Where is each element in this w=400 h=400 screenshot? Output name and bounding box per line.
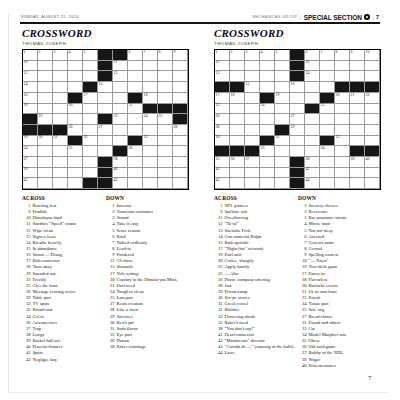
cell-number: 36 bbox=[231, 157, 235, 161]
cell-number: 11 bbox=[216, 60, 220, 64]
cell-number: 34 bbox=[24, 146, 28, 150]
white-cell bbox=[113, 125, 128, 136]
white-cell bbox=[290, 104, 305, 115]
white-cell bbox=[260, 157, 275, 168]
black-cell bbox=[98, 114, 113, 125]
cell-number: 41 bbox=[24, 178, 28, 182]
white-cell: 22 bbox=[365, 93, 380, 104]
black-cell bbox=[320, 136, 335, 147]
white-cell: 24 bbox=[260, 104, 275, 115]
white-cell bbox=[143, 168, 158, 179]
cell-number: 4 bbox=[261, 50, 263, 54]
white-cell: 25 bbox=[158, 114, 173, 125]
white-cell bbox=[320, 168, 335, 179]
cell-number: 8 bbox=[159, 50, 161, 54]
white-cell bbox=[350, 178, 365, 189]
white-cell: 25 bbox=[320, 104, 335, 115]
white-cell bbox=[335, 178, 350, 189]
white-cell: 30 bbox=[38, 136, 53, 147]
black-cell bbox=[128, 93, 143, 104]
white-cell bbox=[290, 136, 305, 147]
white-cell bbox=[83, 71, 98, 82]
black-cell bbox=[113, 50, 128, 61]
white-cell bbox=[335, 168, 350, 179]
white-cell: 7 bbox=[320, 50, 335, 61]
white-cell bbox=[158, 61, 173, 72]
cell-number: 14 bbox=[24, 82, 28, 86]
white-cell: 34 bbox=[320, 146, 335, 157]
black-cell bbox=[98, 50, 113, 61]
white-cell bbox=[83, 114, 98, 125]
black-cell bbox=[23, 125, 38, 136]
black-cell bbox=[173, 104, 188, 115]
cell-number: 44 bbox=[306, 178, 310, 182]
white-cell bbox=[275, 71, 290, 82]
white-cell bbox=[53, 82, 68, 93]
white-cell bbox=[290, 146, 305, 157]
white-cell: 2 bbox=[230, 50, 245, 61]
cell-number: 32 bbox=[84, 135, 88, 139]
white-cell bbox=[143, 125, 158, 136]
cell-number: 21 bbox=[351, 93, 355, 97]
white-cell bbox=[53, 61, 68, 72]
white-cell bbox=[350, 71, 365, 82]
white-cell bbox=[173, 146, 188, 157]
white-cell bbox=[365, 125, 380, 136]
white-cell bbox=[143, 82, 158, 93]
white-cell bbox=[275, 178, 290, 189]
white-cell bbox=[158, 136, 173, 147]
white-cell bbox=[230, 61, 245, 72]
white-cell: 28 bbox=[173, 125, 188, 136]
black-cell bbox=[290, 168, 305, 179]
black-cell bbox=[98, 61, 113, 72]
black-cell bbox=[260, 136, 275, 147]
white-cell bbox=[128, 168, 143, 179]
white-cell: 8 bbox=[335, 50, 350, 61]
white-cell: 13 bbox=[215, 71, 230, 82]
crossword-puzzle-right: CROSSWORD THOMAS JOSEPH 1234567891011121… bbox=[214, 28, 380, 369]
black-cell bbox=[350, 146, 365, 157]
white-cell bbox=[128, 178, 143, 189]
black-cell bbox=[275, 125, 290, 136]
white-cell bbox=[143, 61, 158, 72]
cell-number: 24 bbox=[144, 114, 148, 118]
clue-number: 44 bbox=[214, 350, 225, 356]
white-cell bbox=[320, 114, 335, 125]
white-cell bbox=[245, 168, 260, 179]
white-cell bbox=[245, 136, 260, 147]
white-cell: 8 bbox=[158, 50, 173, 61]
cell-number: 2 bbox=[231, 50, 233, 54]
black-cell bbox=[68, 93, 83, 104]
cell-number: 18 bbox=[231, 93, 235, 97]
white-cell bbox=[158, 93, 173, 104]
black-cell bbox=[365, 82, 380, 93]
white-cell bbox=[38, 146, 53, 157]
cell-number: 25 bbox=[321, 103, 325, 107]
white-cell bbox=[38, 168, 53, 179]
cell-number: 1 bbox=[216, 50, 218, 54]
white-cell: 35 bbox=[215, 157, 230, 168]
white-cell bbox=[98, 146, 113, 157]
white-cell bbox=[113, 104, 128, 115]
cell-number: 36 bbox=[129, 146, 133, 150]
cell-number: 14 bbox=[306, 71, 310, 75]
cell-number: 37 bbox=[24, 157, 28, 161]
cell-number: 27 bbox=[291, 114, 295, 118]
cell-number: 2 bbox=[39, 50, 41, 54]
white-cell: 14 bbox=[305, 71, 320, 82]
clue-text: Negligee buy bbox=[33, 357, 105, 363]
white-cell bbox=[305, 93, 320, 104]
black-cell bbox=[23, 114, 38, 125]
white-cell: 26 bbox=[68, 125, 83, 136]
white-cell bbox=[275, 146, 290, 157]
cell-number: 28 bbox=[174, 125, 178, 129]
cell-number: 33 bbox=[144, 135, 148, 139]
cell-number: 26 bbox=[216, 114, 220, 118]
white-cell bbox=[98, 104, 113, 115]
white-cell bbox=[128, 61, 143, 72]
black-cell bbox=[290, 71, 305, 82]
white-cell: 40 bbox=[113, 168, 128, 179]
black-cell bbox=[290, 157, 305, 168]
white-cell: 31 bbox=[275, 136, 290, 147]
white-cell: 18 bbox=[143, 93, 158, 104]
white-cell bbox=[320, 157, 335, 168]
cell-number: 25 bbox=[159, 114, 163, 118]
white-cell: 27 bbox=[98, 125, 113, 136]
white-cell: 6 bbox=[128, 50, 143, 61]
cell-number: 35 bbox=[216, 157, 220, 161]
white-cell: 6 bbox=[305, 50, 320, 61]
white-cell bbox=[38, 93, 53, 104]
white-cell bbox=[53, 104, 68, 115]
white-cell: 23 bbox=[215, 104, 230, 115]
white-cell bbox=[173, 168, 188, 179]
white-cell: 24 bbox=[143, 114, 158, 125]
white-cell bbox=[230, 125, 245, 136]
white-cell bbox=[143, 71, 158, 82]
white-cell: 32 bbox=[83, 136, 98, 147]
white-cell bbox=[245, 125, 260, 136]
white-cell bbox=[83, 157, 98, 168]
white-cell bbox=[158, 157, 173, 168]
white-cell bbox=[305, 136, 320, 147]
white-cell bbox=[83, 125, 98, 136]
cell-number: 29 bbox=[24, 135, 28, 139]
cell-number: 1 bbox=[24, 50, 26, 54]
white-cell: 21 bbox=[350, 93, 365, 104]
cell-number: 9 bbox=[351, 50, 353, 54]
black-cell bbox=[290, 178, 305, 189]
page-edge-line-bottom bbox=[8, 392, 388, 393]
white-cell bbox=[245, 93, 260, 104]
white-cell bbox=[305, 146, 320, 157]
white-cell bbox=[320, 71, 335, 82]
cell-number: 20 bbox=[336, 93, 340, 97]
white-cell bbox=[275, 168, 290, 179]
white-cell: 36 bbox=[128, 146, 143, 157]
white-cell bbox=[230, 168, 245, 179]
white-cell: 32 bbox=[335, 136, 350, 147]
white-cell: 16 bbox=[290, 82, 305, 93]
cell-number: 11 bbox=[114, 60, 118, 64]
white-cell bbox=[245, 114, 260, 125]
white-cell bbox=[350, 136, 365, 147]
white-cell bbox=[98, 93, 113, 104]
white-cell bbox=[335, 146, 350, 157]
white-cell: 2 bbox=[38, 50, 53, 61]
cell-number: 23 bbox=[216, 103, 220, 107]
white-cell: 29 bbox=[23, 136, 38, 147]
down-clues: DOWN 1Scenery chewer2Reverence3Bar annou… bbox=[298, 195, 380, 369]
cell-number: 15 bbox=[99, 82, 103, 86]
cell-number: 30 bbox=[39, 135, 43, 139]
white-cell bbox=[143, 157, 158, 168]
cell-number: 23 bbox=[114, 114, 118, 118]
white-cell: 38 bbox=[305, 157, 320, 168]
cell-number: 21 bbox=[129, 103, 133, 107]
black-cell bbox=[128, 136, 143, 147]
cell-number: 22 bbox=[366, 93, 370, 97]
white-cell bbox=[158, 82, 173, 93]
white-cell: 33 bbox=[143, 136, 158, 147]
white-cell: 19 bbox=[275, 93, 290, 104]
white-cell bbox=[350, 114, 365, 125]
white-cell bbox=[68, 82, 83, 93]
cell-number: 7 bbox=[144, 50, 146, 54]
white-cell bbox=[68, 61, 83, 72]
black-cell bbox=[98, 168, 113, 179]
white-cell: 18 bbox=[230, 93, 245, 104]
clue-text: Poker winnings bbox=[117, 344, 189, 350]
black-cell bbox=[68, 136, 83, 147]
cell-number: 4 bbox=[69, 50, 71, 54]
black-cell bbox=[83, 178, 98, 189]
white-cell bbox=[230, 71, 245, 82]
cell-number: 9 bbox=[174, 50, 176, 54]
white-cell: 11 bbox=[113, 61, 128, 72]
white-cell bbox=[173, 82, 188, 93]
white-cell bbox=[113, 136, 128, 147]
cell-number: 42 bbox=[114, 178, 118, 182]
clue-lists: ACROSS 1Bowling feat6Prudish10Himalayan … bbox=[22, 195, 188, 363]
newspaper-page: SUNDAY, AUGUST 25, 2024 MECHANICAS GROUP… bbox=[0, 0, 400, 400]
white-cell bbox=[365, 104, 380, 115]
page-edge-line bbox=[8, 14, 9, 392]
white-cell bbox=[275, 104, 290, 115]
cell-number: 24 bbox=[261, 103, 265, 107]
date-text: SUNDAY, AUGUST 25, 2024 bbox=[21, 15, 79, 19]
white-cell: 3 bbox=[245, 50, 260, 61]
black-cell bbox=[365, 146, 380, 157]
across-clues: ACROSS 1Bowling feat6Prudish10Himalayan … bbox=[22, 195, 104, 363]
white-cell bbox=[38, 82, 53, 93]
black-cell bbox=[230, 82, 245, 93]
black-cell bbox=[320, 93, 335, 104]
black-cell bbox=[143, 104, 158, 115]
crossword-grid: 1234567891011121314151617181920212223242… bbox=[22, 49, 189, 190]
black-cell bbox=[290, 61, 305, 72]
white-cell: 16 bbox=[23, 93, 38, 104]
cell-number: 6 bbox=[306, 50, 308, 54]
cell-number: 16 bbox=[291, 82, 295, 86]
white-cell bbox=[158, 146, 173, 157]
black-cell bbox=[98, 157, 113, 168]
white-cell bbox=[365, 71, 380, 82]
cell-number: 31 bbox=[54, 135, 58, 139]
white-cell: 7 bbox=[143, 50, 158, 61]
white-cell: 21 bbox=[128, 104, 143, 115]
white-cell bbox=[173, 157, 188, 168]
white-cell: 15 bbox=[98, 82, 113, 93]
clue-text: Print measures bbox=[309, 363, 381, 369]
white-cell bbox=[275, 114, 290, 125]
white-cell bbox=[365, 178, 380, 189]
cell-number: 3 bbox=[246, 50, 248, 54]
white-cell: 35 bbox=[68, 146, 83, 157]
white-cell bbox=[245, 71, 260, 82]
white-cell bbox=[320, 61, 335, 72]
white-cell: 4 bbox=[260, 50, 275, 61]
white-cell bbox=[275, 157, 290, 168]
white-cell: 9 bbox=[350, 50, 365, 61]
white-cell: 37 bbox=[245, 157, 260, 168]
black-cell bbox=[245, 146, 260, 157]
white-cell: 10 bbox=[23, 61, 38, 72]
cell-number: 3 bbox=[54, 50, 56, 54]
white-cell bbox=[38, 71, 53, 82]
white-cell: 23 bbox=[113, 114, 128, 125]
clue-number: 40 bbox=[298, 363, 309, 369]
white-cell: 14 bbox=[23, 82, 38, 93]
white-cell bbox=[53, 71, 68, 82]
puzzle-title: CROSSWORD bbox=[22, 28, 188, 40]
down-header: DOWN bbox=[298, 195, 380, 201]
white-cell bbox=[245, 61, 260, 72]
white-cell: 39 bbox=[350, 157, 365, 168]
white-cell bbox=[275, 61, 290, 72]
black-cell bbox=[158, 104, 173, 115]
clue-item: 44Lairs bbox=[214, 350, 296, 356]
black-cell bbox=[335, 82, 350, 93]
white-cell bbox=[128, 114, 143, 125]
white-cell bbox=[143, 146, 158, 157]
clue-number: 42 bbox=[22, 357, 33, 363]
white-cell bbox=[335, 114, 350, 125]
cell-number: 13 bbox=[114, 71, 118, 75]
white-cell: 34 bbox=[23, 146, 38, 157]
white-cell: 3 bbox=[53, 50, 68, 61]
puzzle-byline: THOMAS JOSEPH bbox=[214, 41, 380, 46]
black-cell bbox=[113, 146, 128, 157]
white-cell: 33 bbox=[260, 146, 275, 157]
cell-number: 29 bbox=[291, 125, 295, 129]
cell-number: 39 bbox=[351, 157, 355, 161]
white-cell bbox=[53, 168, 68, 179]
white-cell: 13 bbox=[113, 71, 128, 82]
brand-text: MECHANICAS GROUP bbox=[252, 15, 297, 19]
white-cell bbox=[320, 125, 335, 136]
white-cell bbox=[173, 178, 188, 189]
white-cell bbox=[53, 157, 68, 168]
white-cell bbox=[68, 178, 83, 189]
white-cell bbox=[173, 93, 188, 104]
cell-number: 43 bbox=[216, 178, 220, 182]
white-cell: 17 bbox=[215, 93, 230, 104]
cell-number: 8 bbox=[336, 50, 338, 54]
puzzle-byline: THOMAS JOSEPH bbox=[22, 41, 188, 46]
white-cell: 27 bbox=[290, 114, 305, 125]
white-cell bbox=[98, 136, 113, 147]
clue-item: 40Print measures bbox=[298, 363, 380, 369]
white-cell bbox=[83, 146, 98, 157]
cell-number: 19 bbox=[276, 93, 280, 97]
white-cell bbox=[335, 104, 350, 115]
separator: | bbox=[300, 14, 301, 20]
black-cell bbox=[38, 125, 53, 136]
white-cell bbox=[53, 178, 68, 189]
white-cell: 1 bbox=[215, 50, 230, 61]
white-cell bbox=[113, 82, 128, 93]
white-cell bbox=[143, 178, 158, 189]
black-cell bbox=[83, 82, 98, 93]
cell-number: 7 bbox=[321, 50, 323, 54]
white-cell bbox=[38, 178, 53, 189]
white-cell: 38 bbox=[113, 157, 128, 168]
white-cell bbox=[305, 82, 320, 93]
white-cell: 12 bbox=[305, 61, 320, 72]
page-header: SUNDAY, AUGUST 25, 2024 MECHANICAS GROUP… bbox=[21, 13, 379, 21]
white-cell bbox=[335, 125, 350, 136]
black-cell bbox=[173, 114, 188, 125]
white-cell bbox=[260, 71, 275, 82]
white-cell bbox=[260, 61, 275, 72]
white-cell bbox=[53, 114, 68, 125]
white-cell bbox=[260, 178, 275, 189]
cell-number: 27 bbox=[99, 125, 103, 129]
white-cell: 26 bbox=[215, 114, 230, 125]
white-cell bbox=[230, 114, 245, 125]
cell-number: 5 bbox=[276, 50, 278, 54]
white-cell: 20 bbox=[68, 104, 83, 115]
across-header: ACROSS bbox=[22, 195, 104, 201]
white-cell bbox=[245, 178, 260, 189]
white-cell bbox=[158, 178, 173, 189]
cell-number: 10 bbox=[24, 60, 28, 64]
white-cell bbox=[335, 71, 350, 82]
white-cell: 42 bbox=[305, 168, 320, 179]
white-cell bbox=[83, 104, 98, 115]
white-cell bbox=[68, 114, 83, 125]
cell-number: 38 bbox=[114, 157, 118, 161]
white-cell bbox=[173, 136, 188, 147]
white-cell bbox=[335, 157, 350, 168]
puzzle-title: CROSSWORD bbox=[214, 28, 380, 40]
cell-number: 17 bbox=[84, 93, 88, 97]
separator: | bbox=[372, 14, 373, 20]
white-cell bbox=[320, 178, 335, 189]
black-cell bbox=[290, 50, 305, 61]
cell-number: 26 bbox=[69, 125, 73, 129]
white-cell bbox=[38, 157, 53, 168]
white-cell bbox=[68, 168, 83, 179]
white-cell: 40 bbox=[365, 157, 380, 168]
black-cell bbox=[305, 104, 320, 115]
white-cell bbox=[350, 125, 365, 136]
